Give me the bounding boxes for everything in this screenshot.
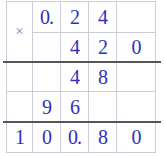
cell-r2c1: [33, 62, 61, 92]
multiplication-worksheet: × 0. 2 4 4 2 0 4 8 9 6 1 0 0. 8 0: [0, 0, 164, 156]
cell-r2c3: 8: [89, 62, 117, 92]
cell-r4c4: 0: [117, 122, 156, 153]
cell-r1c3: 2: [89, 33, 117, 62]
cell-r2c2: 4: [61, 62, 89, 92]
horizontal-rule-under-multiplier: [3, 61, 161, 64]
cell-r3c0: [7, 92, 33, 122]
cell-r0c3: 4: [89, 2, 117, 33]
cell-r3c3: [89, 92, 117, 122]
multiplication-grid: × 0. 2 4 4 2 0 4 8 9 6 1 0 0. 8 0: [6, 1, 156, 153]
cell-r0c1: 0.: [33, 2, 61, 33]
multiply-sign: ×: [7, 2, 33, 62]
cell-r4c0: 1: [7, 122, 33, 153]
cell-r0c2: 2: [61, 2, 89, 33]
cell-r2c0: [7, 62, 33, 92]
cell-r3c2: 6: [61, 92, 89, 122]
cell-r1c4: 0: [117, 33, 156, 62]
cell-r3c4: [117, 92, 156, 122]
cell-r4c1: 0: [33, 122, 61, 153]
cell-r0c4: [117, 2, 156, 33]
cell-r4c3: 8: [89, 122, 117, 153]
cell-r3c1: 9: [33, 92, 61, 122]
cell-r1c1: [33, 33, 61, 62]
horizontal-rule-under-partial-products: [3, 121, 161, 124]
cell-r4c2: 0.: [61, 122, 89, 153]
cell-r1c2: 4: [61, 33, 89, 62]
cell-r2c4: [117, 62, 156, 92]
